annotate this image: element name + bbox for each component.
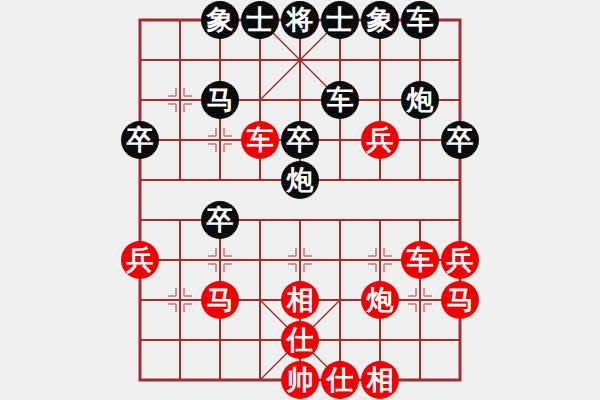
piece-red-elephant[interactable]: 相 bbox=[281, 281, 319, 319]
piece-red-chariot[interactable]: 车 bbox=[401, 241, 439, 279]
piece-red-elephant[interactable]: 相 bbox=[361, 361, 399, 399]
piece-black-soldier[interactable]: 卒 bbox=[281, 121, 319, 159]
piece-black-general[interactable]: 将 bbox=[281, 1, 319, 39]
piece-black-advisor[interactable]: 士 bbox=[321, 1, 359, 39]
piece-black-chariot[interactable]: 车 bbox=[401, 1, 439, 39]
piece-black-chariot[interactable]: 车 bbox=[321, 81, 359, 119]
piece-red-horse[interactable]: 马 bbox=[441, 281, 479, 319]
piece-black-soldier[interactable]: 卒 bbox=[441, 121, 479, 159]
piece-black-cannon[interactable]: 炮 bbox=[281, 161, 319, 199]
piece-black-elephant[interactable]: 象 bbox=[201, 1, 239, 39]
piece-red-advisor[interactable]: 仕 bbox=[321, 361, 359, 399]
piece-black-elephant[interactable]: 象 bbox=[361, 1, 399, 39]
piece-red-advisor[interactable]: 仕 bbox=[281, 321, 319, 359]
piece-black-cannon[interactable]: 炮 bbox=[401, 81, 439, 119]
piece-red-chariot[interactable]: 车 bbox=[241, 121, 279, 159]
piece-red-general[interactable]: 帅 bbox=[281, 361, 319, 399]
piece-red-soldier[interactable]: 兵 bbox=[121, 241, 159, 279]
piece-red-horse[interactable]: 马 bbox=[201, 281, 239, 319]
piece-black-horse[interactable]: 马 bbox=[201, 81, 239, 119]
piece-red-soldier[interactable]: 兵 bbox=[361, 121, 399, 159]
piece-black-advisor[interactable]: 士 bbox=[241, 1, 279, 39]
piece-black-soldier[interactable]: 卒 bbox=[201, 201, 239, 239]
xiangqi-board: 象士将士象车马车炮卒车卒兵卒炮卒兵车兵马相炮马仕帅仕相 bbox=[0, 0, 600, 400]
piece-black-soldier[interactable]: 卒 bbox=[121, 121, 159, 159]
piece-red-cannon[interactable]: 炮 bbox=[361, 281, 399, 319]
piece-red-soldier[interactable]: 兵 bbox=[441, 241, 479, 279]
